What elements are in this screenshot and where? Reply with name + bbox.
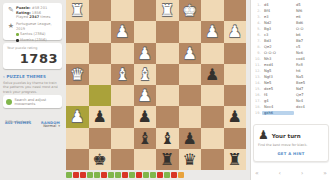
black-move[interactable]: e6 xyxy=(294,15,326,19)
white-move[interactable]: Bd3 xyxy=(262,39,294,43)
white-r-piece[interactable]: ♜ xyxy=(156,0,179,21)
previous-move-icon[interactable]: ‹ xyxy=(279,169,281,176)
board-square[interactable] xyxy=(66,43,89,64)
black-move[interactable]: d5 xyxy=(294,3,326,7)
board-square[interactable] xyxy=(179,64,202,85)
board-square[interactable]: ♟ xyxy=(224,21,247,42)
board-square[interactable]: ♛ xyxy=(66,64,89,85)
white-p-piece[interactable]: ♟ xyxy=(179,43,202,64)
white-move[interactable]: O-O-O xyxy=(262,51,294,55)
black-move[interactable]: Bb7 xyxy=(294,39,326,43)
white-move[interactable]: f4 xyxy=(262,93,294,97)
move-number: 1. xyxy=(253,3,262,7)
streak-tile-green xyxy=(143,172,149,178)
streak-tile-red xyxy=(171,172,177,178)
move-number: 14. xyxy=(253,81,262,85)
streak-tile-green xyxy=(129,172,135,178)
search-icon xyxy=(6,99,12,105)
search-input[interactable]: Search and adjust movements xyxy=(3,95,62,108)
board-square[interactable] xyxy=(134,0,157,21)
board-square[interactable] xyxy=(156,21,179,42)
board-square[interactable]: ♜ xyxy=(224,149,247,170)
board-square[interactable] xyxy=(156,43,179,64)
white-move[interactable]: Ne5 xyxy=(262,81,294,85)
puzzle-info-card: ✎ Puzzle: #58 201 Rating: 1856 Played 23… xyxy=(3,3,62,40)
board-square[interactable]: ♟ xyxy=(66,106,89,127)
board-square[interactable]: ♟ xyxy=(179,128,202,149)
black-r-piece[interactable]: ♜ xyxy=(156,149,179,170)
board-square[interactable]: ♝ xyxy=(156,128,179,149)
board-square[interactable] xyxy=(179,106,202,127)
source-heading: Portuguese League, 2019 xyxy=(16,22,59,31)
black-move[interactable]: Qe7 xyxy=(294,93,326,97)
board-square[interactable] xyxy=(224,85,247,106)
board-square[interactable] xyxy=(66,128,89,149)
white-player-dot-icon xyxy=(16,33,19,36)
white-b-piece[interactable]: ♝ xyxy=(111,64,134,85)
move-number: 3. xyxy=(253,15,262,19)
move-number: 11. xyxy=(253,63,262,67)
board-square[interactable] xyxy=(224,128,247,149)
move-number: 10. xyxy=(253,57,262,61)
rating-value: 1783 xyxy=(7,51,58,66)
white-move[interactable]: Ng5 xyxy=(262,69,294,73)
board-square[interactable] xyxy=(89,64,112,85)
search-placeholder: Search and adjust movements xyxy=(15,98,60,106)
black-r-piece[interactable]: ♜ xyxy=(224,149,247,170)
move-number: 8. xyxy=(253,45,262,49)
move-number: 15. xyxy=(253,87,262,91)
white-move[interactable]: Ngf3 xyxy=(262,75,294,79)
board-square[interactable]: ♟ xyxy=(134,106,157,127)
board-square[interactable]: ♟ xyxy=(201,64,224,85)
black-p-piece[interactable]: ♟ xyxy=(89,106,112,127)
black-move[interactable]: Nc6 xyxy=(294,51,326,55)
board-square[interactable] xyxy=(111,0,134,21)
board-square[interactable] xyxy=(134,149,157,170)
board-square[interactable] xyxy=(111,149,134,170)
white-move[interactable]: c3 xyxy=(262,33,294,37)
white-p-piece[interactable]: ♟ xyxy=(134,43,157,64)
board-square[interactable]: ♟ xyxy=(201,21,224,42)
white-move[interactable]: g4 xyxy=(262,99,294,103)
award-icon: ★ xyxy=(6,22,16,30)
white-b-piece[interactable]: ♝ xyxy=(134,64,157,85)
board-square[interactable]: ♟ xyxy=(111,21,134,42)
white-r-piece[interactable]: ♜ xyxy=(66,0,89,21)
board-square[interactable]: ♛ xyxy=(179,149,202,170)
board-square[interactable] xyxy=(89,43,112,64)
black-move[interactable]: Na5 xyxy=(294,75,326,79)
white-p-piece[interactable]: ♟ xyxy=(111,21,134,42)
streak-tile-red xyxy=(73,172,79,178)
white-p-piece[interactable]: ♟ xyxy=(201,21,224,42)
board-square[interactable] xyxy=(66,21,89,42)
board-square[interactable] xyxy=(224,43,247,64)
black-move[interactable]: O-O xyxy=(294,27,326,31)
board-square[interactable]: ♚ xyxy=(89,149,112,170)
move-number: 17. xyxy=(253,99,262,103)
streak-tile-red xyxy=(122,172,128,178)
board-square[interactable]: ♟ xyxy=(134,43,157,64)
board-square[interactable]: ♟ xyxy=(89,106,112,127)
board-square[interactable] xyxy=(111,128,134,149)
streak-tile-red xyxy=(157,172,163,178)
board-square[interactable] xyxy=(201,43,224,64)
streak-tile-red xyxy=(80,172,86,178)
streak-tile-green xyxy=(164,172,170,178)
white-move[interactable]: Bf4 xyxy=(262,9,294,13)
board-square[interactable] xyxy=(201,106,224,127)
edit-icon: ✎ xyxy=(6,6,16,14)
white-move[interactable]: Bg3 xyxy=(262,27,294,31)
board-square[interactable] xyxy=(201,149,224,170)
board-square[interactable] xyxy=(224,64,247,85)
themes-description: Solve puzzles by theme to train the patt… xyxy=(3,81,62,94)
board-square[interactable] xyxy=(111,43,134,64)
board-square[interactable] xyxy=(201,0,224,21)
board-square[interactable] xyxy=(156,106,179,127)
black-p-piece[interactable]: ♟ xyxy=(201,64,224,85)
black-q-piece[interactable]: ♛ xyxy=(179,149,202,170)
board-square[interactable] xyxy=(111,85,134,106)
move-number: 6. xyxy=(253,33,262,37)
board-square[interactable] xyxy=(111,106,134,127)
black-move[interactable]: dxc4 xyxy=(294,105,326,109)
white-q-piece[interactable]: ♛ xyxy=(66,64,89,85)
move-number: 19. xyxy=(253,111,262,115)
black-move[interactable]: Bxe5 xyxy=(294,81,326,85)
black-move[interactable]: Bd6 xyxy=(294,21,326,25)
move-number: 5. xyxy=(253,27,262,31)
puzzle-themes-link[interactable]: ‹ PUZZLE THEMES xyxy=(3,74,62,79)
first-move-icon[interactable]: « xyxy=(255,169,259,176)
black-b-piece[interactable]: ♝ xyxy=(134,128,157,149)
puzzle-info-line: Played 2347 times xyxy=(16,15,50,20)
board-square[interactable] xyxy=(224,0,247,21)
white-move[interactable]: exd4 xyxy=(262,63,294,67)
board-square[interactable]: ♟ xyxy=(134,85,157,106)
all-themes-link[interactable]: ALL THEMES xyxy=(5,121,32,125)
board-square[interactable] xyxy=(89,0,112,21)
board-square[interactable] xyxy=(179,85,202,106)
board-square[interactable] xyxy=(66,149,89,170)
chess-board[interactable]: ♜♜♚♟♟♟♟♟♛♝♝♟♟♟♟♟♟♝♝♟♚♜♛♜ xyxy=(66,0,246,170)
last-move-icon[interactable]: » xyxy=(323,169,327,176)
white-move[interactable]: gxh6 xyxy=(262,111,294,115)
board-square[interactable]: ♜ xyxy=(66,0,89,21)
board-square[interactable] xyxy=(156,85,179,106)
black-move[interactable]: cxd4 xyxy=(294,57,326,61)
board-square[interactable]: ♝ xyxy=(134,128,157,149)
streak-tile-red xyxy=(101,172,107,178)
black-move[interactable]: Nf6 xyxy=(294,9,326,13)
move-number: 9. xyxy=(253,51,262,55)
streak-tile-green xyxy=(87,172,93,178)
white-k-piece[interactable]: ♚ xyxy=(179,0,202,21)
board-square[interactable] xyxy=(89,21,112,42)
your-turn-card: ♟ Your turn Find the best move for black… xyxy=(253,124,329,162)
black-p-piece[interactable]: ♟ xyxy=(224,106,247,127)
streak-tile-green xyxy=(66,172,72,178)
board-square[interactable]: ♝ xyxy=(134,64,157,85)
white-move[interactable]: d4 xyxy=(262,3,294,7)
white-move[interactable]: Qe2 xyxy=(262,45,294,49)
rating-card: Your puzzle rating 1783 xyxy=(3,43,62,69)
black-move[interactable]: c5 xyxy=(294,45,326,49)
black-player-dot-icon xyxy=(16,39,19,42)
black-player-row: Moreira (2356) xyxy=(16,38,59,43)
streak-tile-red xyxy=(136,172,142,178)
move-number: 12. xyxy=(253,69,262,73)
move-row: 19.gxh6 xyxy=(253,110,332,116)
board-square[interactable]: ♜ xyxy=(156,0,179,21)
move-number: 2. xyxy=(253,9,262,13)
black-move[interactable]: b6 xyxy=(294,33,326,37)
board-square[interactable] xyxy=(179,21,202,42)
board-square[interactable]: ♜ xyxy=(156,149,179,170)
move-number: 13. xyxy=(253,75,262,79)
black-move[interactable]: Nc4 xyxy=(294,99,326,103)
board-square[interactable]: ♟ xyxy=(179,43,202,64)
white-move[interactable]: e3 xyxy=(262,15,294,19)
white-p-piece[interactable]: ♟ xyxy=(134,85,157,106)
move-number: 16. xyxy=(253,93,262,97)
move-number: 4. xyxy=(253,21,262,25)
black-move[interactable]: h6 xyxy=(294,69,326,73)
move-list[interactable]: 1.d4d52.Bf4Nf63.e3e64.Nd2Bd65.Bg3O-O6.c3… xyxy=(253,2,332,116)
white-move[interactable]: dxe5 xyxy=(262,87,294,91)
black-p-piece[interactable]: ♟ xyxy=(179,128,202,149)
black-p-piece[interactable]: ♟ xyxy=(134,106,157,127)
white-p-piece[interactable]: ♟ xyxy=(224,21,247,42)
board-square[interactable] xyxy=(134,21,157,42)
your-turn-subtitle: Find the best move for black. xyxy=(258,143,324,147)
board-square[interactable] xyxy=(89,128,112,149)
board-square[interactable]: ♚ xyxy=(179,0,202,21)
move-number: 18. xyxy=(253,105,262,109)
white-player-name: Santos (2384) xyxy=(20,32,45,37)
rating-label: Your puzzle rating xyxy=(7,46,58,50)
board-square[interactable]: ♟ xyxy=(224,106,247,127)
streak-tile-green xyxy=(94,172,100,178)
streak-tile-green xyxy=(115,172,121,178)
board-square[interactable] xyxy=(201,128,224,149)
black-player-name: Moreira (2356) xyxy=(20,38,47,43)
board-square[interactable] xyxy=(156,64,179,85)
white-move[interactable]: Nd2 xyxy=(262,21,294,25)
black-move[interactable]: Nd7 xyxy=(294,87,326,91)
black-k-piece[interactable]: ♚ xyxy=(89,149,112,170)
black-pawn-icon: ♟ xyxy=(258,129,269,142)
black-b-piece[interactable]: ♝ xyxy=(156,128,179,149)
streak-tile-green xyxy=(108,172,114,178)
streak-tile-orange xyxy=(178,172,184,178)
white-move[interactable]: Nh3 xyxy=(262,57,294,61)
white-player-row: Santos (2384) xyxy=(16,32,59,37)
random-link[interactable]: RANDOM xyxy=(41,121,60,125)
board-square[interactable] xyxy=(66,85,89,106)
board-square[interactable] xyxy=(89,85,112,106)
board-square[interactable] xyxy=(201,85,224,106)
move-number: 7. xyxy=(253,39,262,43)
hint-button[interactable]: GET A HINT xyxy=(258,151,324,156)
black-move[interactable]: Rc8 xyxy=(294,63,326,67)
your-turn-title: Your turn xyxy=(272,133,301,139)
puzzle-streak-strip xyxy=(66,172,184,178)
white-move[interactable]: Nxc4 xyxy=(262,105,294,109)
white-p-piece[interactable]: ♟ xyxy=(66,106,89,127)
streak-tile-green xyxy=(150,172,156,178)
next-move-icon[interactable]: › xyxy=(301,169,303,176)
board-square[interactable]: ♝ xyxy=(111,64,134,85)
